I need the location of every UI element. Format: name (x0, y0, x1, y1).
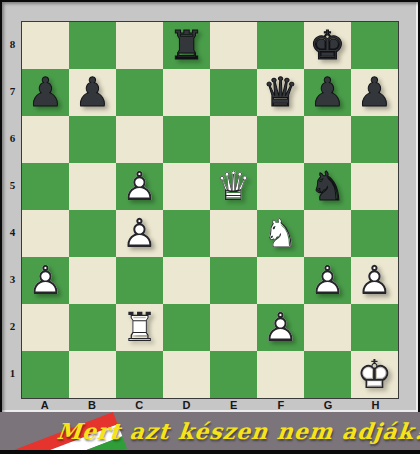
square-a6[interactable] (22, 116, 69, 163)
square-a4[interactable] (22, 210, 69, 257)
piece-white-pawn[interactable]: ♟♙ (304, 257, 351, 304)
square-g3[interactable]: ♟♙ (304, 257, 351, 304)
piece-black-king[interactable]: ♚ (304, 22, 351, 69)
file-label-a: A (21, 398, 68, 412)
square-c6[interactable] (116, 116, 163, 163)
square-d2[interactable] (163, 304, 210, 351)
square-b2[interactable] (69, 304, 116, 351)
rank-label-7: 7 (5, 68, 20, 115)
square-h2[interactable] (351, 304, 398, 351)
rank-label-3: 3 (5, 256, 20, 303)
square-a5[interactable] (22, 163, 69, 210)
rank-label-5: 5 (5, 162, 20, 209)
piece-white-knight[interactable]: ♞♘ (257, 210, 304, 257)
square-f6[interactable] (257, 116, 304, 163)
piece-white-pawn[interactable]: ♟♙ (116, 163, 163, 210)
square-b5[interactable] (69, 163, 116, 210)
piece-black-rook[interactable]: ♜ (163, 22, 210, 69)
square-c3[interactable] (116, 257, 163, 304)
square-a3[interactable]: ♟♙ (22, 257, 69, 304)
piece-white-pawn[interactable]: ♟♙ (22, 257, 69, 304)
piece-white-pawn[interactable]: ♟♙ (257, 304, 304, 351)
square-c8[interactable] (116, 22, 163, 69)
square-d8[interactable]: ♜ (163, 22, 210, 69)
square-f5[interactable] (257, 163, 304, 210)
square-c2[interactable]: ♜♖ (116, 304, 163, 351)
square-e5[interactable]: ♛♕ (210, 163, 257, 210)
square-b3[interactable] (69, 257, 116, 304)
piece-white-pawn[interactable]: ♟♙ (351, 257, 398, 304)
square-d7[interactable] (163, 69, 210, 116)
square-a1[interactable] (22, 351, 69, 398)
square-g2[interactable] (304, 304, 351, 351)
piece-black-pawn[interactable]: ♟ (304, 69, 351, 116)
square-c1[interactable] (116, 351, 163, 398)
square-f4[interactable]: ♞♘ (257, 210, 304, 257)
square-e2[interactable] (210, 304, 257, 351)
square-h7[interactable]: ♟ (351, 69, 398, 116)
square-e7[interactable] (210, 69, 257, 116)
rank-labels: 12345678 (5, 21, 20, 399)
square-c4[interactable]: ♟♙ (116, 210, 163, 257)
square-f2[interactable]: ♟♙ (257, 304, 304, 351)
square-h4[interactable] (351, 210, 398, 257)
square-f3[interactable] (257, 257, 304, 304)
square-h6[interactable] (351, 116, 398, 163)
rank-label-4: 4 (5, 209, 20, 256)
square-f8[interactable] (257, 22, 304, 69)
piece-white-pawn[interactable]: ♟♙ (116, 210, 163, 257)
square-d3[interactable] (163, 257, 210, 304)
rank-label-2: 2 (5, 303, 20, 350)
square-e4[interactable] (210, 210, 257, 257)
square-b4[interactable] (69, 210, 116, 257)
square-a2[interactable] (22, 304, 69, 351)
square-g6[interactable] (304, 116, 351, 163)
square-d6[interactable] (163, 116, 210, 163)
square-h5[interactable] (351, 163, 398, 210)
piece-white-queen[interactable]: ♛♕ (210, 163, 257, 210)
square-f1[interactable] (257, 351, 304, 398)
square-g5[interactable]: ♞ (304, 163, 351, 210)
square-b7[interactable]: ♟ (69, 69, 116, 116)
piece-black-pawn[interactable]: ♟ (351, 69, 398, 116)
file-label-f: F (257, 398, 304, 412)
board-frame: 12345678 ♜♚♟♟♛♟♟♟♙♛♕♞♟♙♞♘♟♙♟♙♟♙♜♖♟♙♚♔ AB… (2, 2, 418, 412)
square-e1[interactable] (210, 351, 257, 398)
square-g1[interactable] (304, 351, 351, 398)
rank-label-6: 6 (5, 115, 20, 162)
piece-black-pawn[interactable]: ♟ (22, 69, 69, 116)
square-e8[interactable] (210, 22, 257, 69)
piece-white-king[interactable]: ♚♔ (351, 351, 398, 398)
square-a8[interactable] (22, 22, 69, 69)
file-label-e: E (210, 398, 257, 412)
square-b1[interactable] (69, 351, 116, 398)
square-b6[interactable] (69, 116, 116, 163)
piece-black-pawn[interactable]: ♟ (69, 69, 116, 116)
square-c5[interactable]: ♟♙ (116, 163, 163, 210)
piece-white-rook[interactable]: ♜♖ (116, 304, 163, 351)
square-c7[interactable] (116, 69, 163, 116)
square-d4[interactable] (163, 210, 210, 257)
square-e6[interactable] (210, 116, 257, 163)
piece-black-queen[interactable]: ♛ (257, 69, 304, 116)
square-d5[interactable] (163, 163, 210, 210)
file-label-d: D (163, 398, 210, 412)
file-label-g: G (305, 398, 352, 412)
square-e3[interactable] (210, 257, 257, 304)
diagram-canvas: 12345678 ♜♚♟♟♛♟♟♟♙♛♕♞♟♙♞♘♟♙♟♙♟♙♜♖♟♙♚♔ AB… (0, 0, 420, 454)
file-label-h: H (352, 398, 399, 412)
file-label-c: C (116, 398, 163, 412)
square-d1[interactable] (163, 351, 210, 398)
caption-text: Mert azt készen nem adják! (0, 418, 420, 444)
piece-black-knight[interactable]: ♞ (304, 163, 351, 210)
rank-label-1: 1 (5, 350, 20, 397)
file-label-b: B (68, 398, 115, 412)
square-h8[interactable] (351, 22, 398, 69)
file-labels: ABCDEFGH (21, 398, 399, 412)
square-f7[interactable]: ♛ (257, 69, 304, 116)
square-g8[interactable]: ♚ (304, 22, 351, 69)
square-g4[interactable] (304, 210, 351, 257)
square-h3[interactable]: ♟♙ (351, 257, 398, 304)
square-g7[interactable]: ♟ (304, 69, 351, 116)
square-b8[interactable] (69, 22, 116, 69)
square-a7[interactable]: ♟ (22, 69, 69, 116)
chess-board: ♜♚♟♟♛♟♟♟♙♛♕♞♟♙♞♘♟♙♟♙♟♙♜♖♟♙♚♔ (21, 21, 399, 399)
rank-label-8: 8 (5, 21, 20, 68)
caption-banner: Mert azt készen nem adják! (0, 412, 420, 450)
square-h1[interactable]: ♚♔ (351, 351, 398, 398)
